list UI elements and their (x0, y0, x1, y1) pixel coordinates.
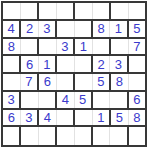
empty-cell-r4c1[interactable] (3, 56, 21, 72)
empty-cell-r2c4[interactable] (57, 21, 74, 37)
empty-cell-r8c3[interactable] (39, 127, 57, 145)
empty-cell-r8c5[interactable] (75, 127, 93, 145)
empty-cell-r5c4[interactable] (57, 74, 76, 90)
empty-cell-r5c1[interactable] (3, 74, 21, 90)
empty-cell-r1c4[interactable] (57, 3, 76, 19)
sudoku-board: 4238158317612376583456634158 (1, 1, 147, 147)
empty-cell-r4c5[interactable] (75, 56, 93, 72)
empty-cell-r1c2[interactable] (21, 3, 40, 19)
empty-cell-r6c7[interactable] (110, 92, 128, 108)
given-cell-r6c1: 3 (3, 92, 21, 108)
empty-cell-r1c7[interactable] (111, 3, 129, 19)
given-cell-r7c7: 5 (111, 110, 129, 126)
given-cell-r2c6: 8 (93, 21, 110, 37)
empty-cell-r6c6[interactable] (93, 92, 110, 108)
empty-cell-r5c8[interactable] (129, 74, 146, 90)
given-cell-r5c3: 6 (39, 74, 57, 90)
given-cell-r2c7: 1 (110, 21, 128, 37)
empty-cell-r7c5[interactable] (75, 110, 93, 126)
given-cell-r3c1: 8 (3, 39, 21, 55)
board-row-3: 8317 (3, 39, 145, 57)
given-cell-r3c5: 1 (75, 39, 93, 55)
empty-cell-r8c7[interactable] (110, 127, 128, 145)
empty-cell-r4c4[interactable] (57, 56, 74, 72)
given-cell-r4c2: 6 (21, 56, 38, 72)
empty-cell-r3c3[interactable] (39, 39, 57, 55)
empty-cell-r1c8[interactable] (129, 3, 146, 19)
empty-cell-r3c7[interactable] (111, 39, 129, 55)
empty-cell-r3c6[interactable] (93, 39, 112, 55)
empty-cell-r2c5[interactable] (75, 21, 93, 37)
given-cell-r7c2: 3 (21, 110, 40, 126)
given-cell-r7c1: 6 (3, 110, 21, 126)
empty-cell-r8c2[interactable] (21, 127, 38, 145)
given-cell-r4c7: 3 (110, 56, 128, 72)
given-cell-r5c7: 8 (111, 74, 129, 90)
empty-cell-r1c3[interactable] (39, 3, 57, 19)
given-cell-r3c8: 7 (129, 39, 146, 55)
empty-cell-r3c2[interactable] (21, 39, 40, 55)
empty-cell-r7c4[interactable] (57, 110, 76, 126)
given-cell-r6c8: 6 (129, 92, 145, 108)
given-cell-r2c1: 4 (3, 21, 21, 37)
board-row-7: 634158 (3, 110, 145, 128)
given-cell-r6c5: 5 (75, 92, 93, 108)
empty-cell-r1c5[interactable] (75, 3, 93, 19)
board-row-4: 6123 (3, 56, 145, 74)
empty-cell-r6c3[interactable] (39, 92, 57, 108)
board-row-2: 423815 (3, 21, 145, 39)
given-cell-r4c3: 1 (39, 56, 57, 72)
empty-cell-r4c8[interactable] (129, 56, 145, 72)
given-cell-r7c8: 8 (129, 110, 146, 126)
given-cell-r2c3: 3 (39, 21, 57, 37)
empty-cell-r1c1[interactable] (3, 3, 21, 19)
empty-cell-r6c2[interactable] (21, 92, 38, 108)
given-cell-r5c2: 7 (21, 74, 40, 90)
given-cell-r7c6: 1 (93, 110, 112, 126)
empty-cell-r8c1[interactable] (3, 127, 21, 145)
board-row-1 (3, 3, 145, 21)
empty-cell-r1c6[interactable] (93, 3, 112, 19)
given-cell-r6c4: 4 (57, 92, 74, 108)
puzzle-area: 4238158317612376583456634158 (1, 1, 147, 147)
given-cell-r7c3: 4 (39, 110, 57, 126)
board-row-8 (3, 127, 145, 145)
empty-cell-r8c6[interactable] (93, 127, 110, 145)
board-row-6: 3456 (3, 92, 145, 110)
given-cell-r2c8: 5 (129, 21, 145, 37)
empty-cell-r8c4[interactable] (57, 127, 74, 145)
given-cell-r4c6: 2 (93, 56, 110, 72)
empty-cell-r8c8[interactable] (129, 127, 145, 145)
board-row-5: 7658 (3, 74, 145, 92)
given-cell-r2c2: 2 (21, 21, 38, 37)
given-cell-r5c6: 5 (93, 74, 112, 90)
given-cell-r3c4: 3 (57, 39, 76, 55)
empty-cell-r5c5[interactable] (75, 74, 93, 90)
